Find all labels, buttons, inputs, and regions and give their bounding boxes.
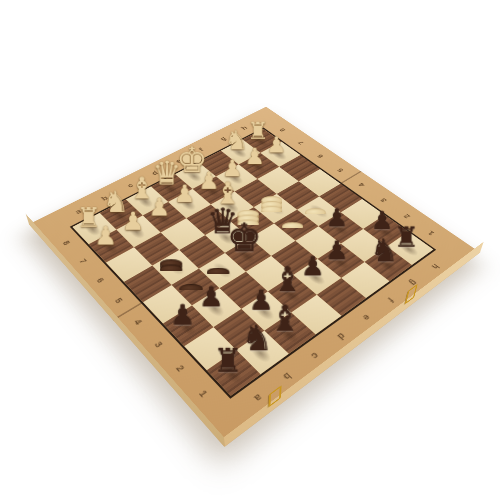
knight-glyph: ♞ [368,235,401,266]
coord-number-near-4: 4 [132,317,145,326]
brass-latch-icon [405,283,418,304]
coord-number-near-1: 1 [197,388,210,399]
coord-letter-near-b: b [281,370,294,381]
playing-area: ♜♟♟♜♞♟♟♞♟♟♚♟♝♟♛♟♛♚♝♝♟♟♝♞♟♟♞♜♟♟♜ [70,127,436,398]
coord-letter-near-d: d [335,330,348,340]
scene: 8877665544332211hhggffeeddccbbaa ♜♟♟♜♞♟♟… [0,0,500,500]
coord-number-far-7: 7 [296,140,305,145]
coord-number-near-5: 5 [113,296,125,305]
coord-number-near-6: 6 [94,276,106,284]
pawn-glyph: ♟ [117,208,149,233]
dark-checker-disc [207,267,230,276]
coord-number-near-3: 3 [152,339,165,349]
coord-letter-near-f: f [385,295,395,303]
coord-number-far-3: 3 [379,196,389,203]
brass-latch-icon [269,384,282,406]
king-glyph: ♚ [227,218,260,257]
light-checker-disc [282,222,304,231]
coord-number-far-5: 5 [336,167,346,173]
coord-letter-near-a: a [252,391,265,403]
dark-checker-disc [160,264,183,273]
pawn-glyph: ♟ [90,222,123,247]
coord-number-far-6: 6 [316,153,325,159]
coord-number-near-8: 8 [61,239,72,246]
product-photo-chess-set: 8877665544332211hhggffeeddccbbaa ♜♟♟♜♞♟♟… [0,0,500,500]
coord-letter-near-c: c [309,350,321,361]
coord-letter-near-h: h [430,262,442,271]
coord-letter-near-e: e [361,312,373,322]
coord-number-far-2: 2 [402,212,412,219]
chess-board: 8877665544332211hhggffeeddccbbaa ♜♟♟♜♞♟♟… [29,106,480,446]
pawn-glyph: ♟ [321,205,353,230]
pawn-glyph: ♟ [165,300,201,328]
rook-glyph: ♜ [209,343,247,375]
coord-number-near-7: 7 [77,257,89,265]
coord-number-far-1: 1 [426,229,436,236]
coord-number-near-2: 2 [174,363,187,373]
coord-number-far-4: 4 [357,181,367,187]
